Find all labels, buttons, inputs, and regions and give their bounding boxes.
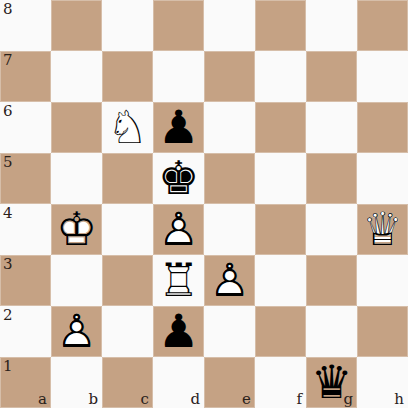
chess-board: 876♞♘♟5♚4♚♔♟♙♛♕3♜♖♟♙2♟♙♟1abcdefg♛h [0, 0, 408, 408]
white-pawn-outline: ♙ [51, 306, 102, 357]
white-rook-piece[interactable]: ♜♖ [153, 255, 204, 306]
square-g6[interactable] [306, 102, 357, 153]
rank-label-8: 8 [3, 2, 13, 17]
white-pawn-piece[interactable]: ♟♙ [153, 204, 204, 255]
square-e2[interactable] [204, 306, 255, 357]
square-a6[interactable]: 6 [0, 102, 51, 153]
square-b2[interactable]: ♟♙ [51, 306, 102, 357]
square-a3[interactable]: 3 [0, 255, 51, 306]
square-d2[interactable]: ♟ [153, 306, 204, 357]
square-e5[interactable] [204, 153, 255, 204]
square-d4[interactable]: ♟♙ [153, 204, 204, 255]
square-h7[interactable] [357, 51, 408, 102]
square-f8[interactable] [255, 0, 306, 51]
square-c6[interactable]: ♞♘ [102, 102, 153, 153]
square-a1[interactable]: 1a [0, 357, 51, 408]
square-e3[interactable]: ♟♙ [204, 255, 255, 306]
square-h8[interactable] [357, 0, 408, 51]
rank-label-1: 1 [3, 359, 13, 374]
square-f7[interactable] [255, 51, 306, 102]
white-king-outline: ♔ [51, 204, 102, 255]
black-king-piece[interactable]: ♚ [153, 153, 204, 204]
square-b3[interactable] [51, 255, 102, 306]
white-pawn-piece[interactable]: ♟♙ [51, 306, 102, 357]
square-c4[interactable] [102, 204, 153, 255]
rank-label-6: 6 [3, 104, 13, 119]
square-b7[interactable] [51, 51, 102, 102]
square-e6[interactable] [204, 102, 255, 153]
square-d3[interactable]: ♜♖ [153, 255, 204, 306]
square-d6[interactable]: ♟ [153, 102, 204, 153]
chess-diagram: 876♞♘♟5♚4♚♔♟♙♛♕3♜♖♟♙2♟♙♟1abcdefg♛h [0, 0, 408, 408]
square-f6[interactable] [255, 102, 306, 153]
square-a5[interactable]: 5 [0, 153, 51, 204]
white-rook-outline: ♖ [153, 255, 204, 306]
file-label-g: g [343, 392, 353, 407]
white-pawn-outline: ♙ [204, 255, 255, 306]
square-a8[interactable]: 8 [0, 0, 51, 51]
square-c7[interactable] [102, 51, 153, 102]
square-f2[interactable] [255, 306, 306, 357]
rank-label-5: 5 [3, 155, 13, 170]
file-label-b: b [88, 392, 98, 407]
square-g1[interactable]: g♛ [306, 357, 357, 408]
black-king-glyph: ♚ [153, 153, 204, 204]
square-h2[interactable] [357, 306, 408, 357]
square-g8[interactable] [306, 0, 357, 51]
black-pawn-glyph: ♟ [153, 306, 204, 357]
square-d8[interactable] [153, 0, 204, 51]
square-f1[interactable]: f [255, 357, 306, 408]
square-c5[interactable] [102, 153, 153, 204]
square-g5[interactable] [306, 153, 357, 204]
square-a4[interactable]: 4 [0, 204, 51, 255]
square-h1[interactable]: h [357, 357, 408, 408]
file-label-a: a [38, 392, 47, 407]
rank-label-7: 7 [3, 53, 13, 68]
black-pawn-glyph: ♟ [153, 102, 204, 153]
rank-label-2: 2 [3, 308, 13, 323]
black-pawn-piece[interactable]: ♟ [153, 306, 204, 357]
square-h3[interactable] [357, 255, 408, 306]
square-b6[interactable] [51, 102, 102, 153]
file-label-c: c [141, 392, 149, 407]
white-knight-piece[interactable]: ♞♘ [102, 102, 153, 153]
square-b4[interactable]: ♚♔ [51, 204, 102, 255]
square-c3[interactable] [102, 255, 153, 306]
white-pawn-piece[interactable]: ♟♙ [204, 255, 255, 306]
square-h6[interactable] [357, 102, 408, 153]
square-b1[interactable]: b [51, 357, 102, 408]
square-e1[interactable]: e [204, 357, 255, 408]
square-c2[interactable] [102, 306, 153, 357]
square-h4[interactable]: ♛♕ [357, 204, 408, 255]
square-e4[interactable] [204, 204, 255, 255]
white-pawn-outline: ♙ [153, 204, 204, 255]
file-label-f: f [296, 392, 302, 407]
square-d5[interactable]: ♚ [153, 153, 204, 204]
square-d7[interactable] [153, 51, 204, 102]
square-g4[interactable] [306, 204, 357, 255]
square-g7[interactable] [306, 51, 357, 102]
white-queen-outline: ♕ [357, 204, 408, 255]
square-b8[interactable] [51, 0, 102, 51]
square-f3[interactable] [255, 255, 306, 306]
file-label-e: e [242, 392, 251, 407]
square-f4[interactable] [255, 204, 306, 255]
black-pawn-piece[interactable]: ♟ [153, 102, 204, 153]
white-king-piece[interactable]: ♚♔ [51, 204, 102, 255]
rank-label-4: 4 [3, 206, 13, 221]
file-label-h: h [394, 392, 404, 407]
square-g3[interactable] [306, 255, 357, 306]
square-e7[interactable] [204, 51, 255, 102]
square-c1[interactable]: c [102, 357, 153, 408]
white-knight-outline: ♘ [102, 102, 153, 153]
square-d1[interactable]: d [153, 357, 204, 408]
square-a7[interactable]: 7 [0, 51, 51, 102]
file-label-d: d [190, 392, 200, 407]
square-e8[interactable] [204, 0, 255, 51]
square-h5[interactable] [357, 153, 408, 204]
square-a2[interactable]: 2 [0, 306, 51, 357]
square-f5[interactable] [255, 153, 306, 204]
white-queen-piece[interactable]: ♛♕ [357, 204, 408, 255]
square-b5[interactable] [51, 153, 102, 204]
square-g2[interactable] [306, 306, 357, 357]
rank-label-3: 3 [3, 257, 13, 272]
square-c8[interactable] [102, 0, 153, 51]
